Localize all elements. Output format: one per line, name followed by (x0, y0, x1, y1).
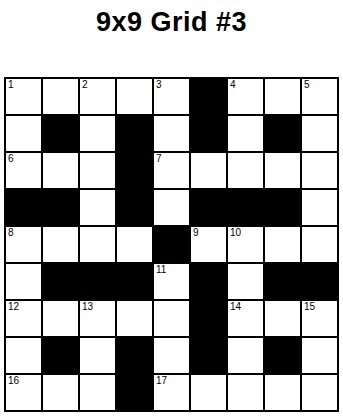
cell-r4c4 (117, 190, 152, 225)
clue-number-6: 6 (8, 153, 14, 164)
cell-r2c3[interactable] (80, 116, 115, 151)
cell-r8c1[interactable] (6, 338, 41, 373)
cell-r6c1[interactable] (6, 264, 41, 299)
cell-r2c7[interactable] (228, 116, 263, 151)
cell-r5c4[interactable] (117, 227, 152, 262)
grid-container: 1234567891011121314151617 (0, 77, 343, 412)
cell-r6c4 (117, 264, 152, 299)
cell-r4c7 (228, 190, 263, 225)
clue-number-12: 12 (8, 301, 19, 312)
cell-r7c5[interactable] (154, 301, 189, 336)
crossword-grid: 1234567891011121314151617 (4, 77, 339, 412)
cell-r7c1[interactable]: 12 (6, 301, 41, 336)
cell-r1c7[interactable]: 4 (228, 79, 263, 114)
cell-r3c5[interactable]: 7 (154, 153, 189, 188)
cell-r5c8[interactable] (265, 227, 300, 262)
cell-r9c9[interactable] (302, 375, 337, 410)
cell-r4c1 (6, 190, 41, 225)
cell-r3c1[interactable]: 6 (6, 153, 41, 188)
cell-r6c8 (265, 264, 300, 299)
cell-r8c5[interactable] (154, 338, 189, 373)
cell-r8c9[interactable] (302, 338, 337, 373)
cell-r4c9[interactable] (302, 190, 337, 225)
cell-r7c7[interactable]: 14 (228, 301, 263, 336)
clue-number-14: 14 (230, 301, 241, 312)
page-title: 9x9 Grid #3 (0, 0, 343, 37)
clue-number-15: 15 (304, 301, 315, 312)
cell-r5c5 (154, 227, 189, 262)
cell-r4c5[interactable] (154, 190, 189, 225)
cell-r4c6 (191, 190, 226, 225)
cell-r5c6[interactable]: 9 (191, 227, 226, 262)
cell-r3c3[interactable] (80, 153, 115, 188)
cell-r7c8[interactable] (265, 301, 300, 336)
clue-number-16: 16 (8, 375, 19, 386)
cell-r7c6 (191, 301, 226, 336)
cell-r8c3[interactable] (80, 338, 115, 373)
cell-r9c7[interactable] (228, 375, 263, 410)
crossword-page: 9x9 Grid #3 1234567891011121314151617 (0, 0, 343, 417)
cell-r1c9[interactable]: 5 (302, 79, 337, 114)
cell-r5c9[interactable] (302, 227, 337, 262)
cell-r4c8 (265, 190, 300, 225)
cell-r2c6 (191, 116, 226, 151)
clue-number-1: 1 (8, 79, 14, 90)
cell-r6c2 (43, 264, 78, 299)
cell-r1c4[interactable] (117, 79, 152, 114)
cell-r5c2[interactable] (43, 227, 78, 262)
cell-r6c7[interactable] (228, 264, 263, 299)
cell-r7c3[interactable]: 13 (80, 301, 115, 336)
clue-number-5: 5 (304, 79, 310, 90)
cell-r3c7[interactable] (228, 153, 263, 188)
cell-r8c7[interactable] (228, 338, 263, 373)
clue-number-8: 8 (8, 227, 14, 238)
cell-r1c3[interactable]: 2 (80, 79, 115, 114)
cell-r2c5[interactable] (154, 116, 189, 151)
cell-r3c2[interactable] (43, 153, 78, 188)
cell-r5c3[interactable] (80, 227, 115, 262)
clue-number-4: 4 (230, 79, 236, 90)
cell-r1c2[interactable] (43, 79, 78, 114)
cell-r3c8[interactable] (265, 153, 300, 188)
cell-r1c1[interactable]: 1 (6, 79, 41, 114)
clue-number-3: 3 (156, 79, 162, 90)
cell-r9c8[interactable] (265, 375, 300, 410)
cell-r6c5[interactable]: 11 (154, 264, 189, 299)
cell-r7c2[interactable] (43, 301, 78, 336)
cell-r6c9 (302, 264, 337, 299)
cell-r8c6 (191, 338, 226, 373)
cell-r2c8 (265, 116, 300, 151)
cell-r7c9[interactable]: 15 (302, 301, 337, 336)
clue-number-7: 7 (156, 153, 162, 164)
cell-r7c4[interactable] (117, 301, 152, 336)
cell-r2c4 (117, 116, 152, 151)
cell-r5c7[interactable]: 10 (228, 227, 263, 262)
cell-r1c6 (191, 79, 226, 114)
clue-number-9: 9 (193, 227, 199, 238)
cell-r4c2 (43, 190, 78, 225)
cell-r6c6 (191, 264, 226, 299)
cell-r8c4 (117, 338, 152, 373)
clue-number-11: 11 (156, 264, 166, 275)
clue-number-10: 10 (230, 227, 241, 238)
cell-r9c6[interactable] (191, 375, 226, 410)
cell-r1c5[interactable]: 3 (154, 79, 189, 114)
cell-r2c1[interactable] (6, 116, 41, 151)
cell-r9c5[interactable]: 17 (154, 375, 189, 410)
cell-r3c6[interactable] (191, 153, 226, 188)
cell-r5c1[interactable]: 8 (6, 227, 41, 262)
cell-r8c8 (265, 338, 300, 373)
cell-r9c1[interactable]: 16 (6, 375, 41, 410)
clue-number-17: 17 (156, 375, 167, 386)
clue-number-2: 2 (82, 79, 88, 90)
cell-r9c3[interactable] (80, 375, 115, 410)
cell-r9c2[interactable] (43, 375, 78, 410)
cell-r4c3[interactable] (80, 190, 115, 225)
cell-r2c2 (43, 116, 78, 151)
clue-number-13: 13 (82, 301, 93, 312)
cell-r8c2 (43, 338, 78, 373)
cell-r2c9[interactable] (302, 116, 337, 151)
cell-r3c4 (117, 153, 152, 188)
cell-r3c9[interactable] (302, 153, 337, 188)
cell-r1c8[interactable] (265, 79, 300, 114)
cell-r6c3 (80, 264, 115, 299)
cell-r9c4 (117, 375, 152, 410)
